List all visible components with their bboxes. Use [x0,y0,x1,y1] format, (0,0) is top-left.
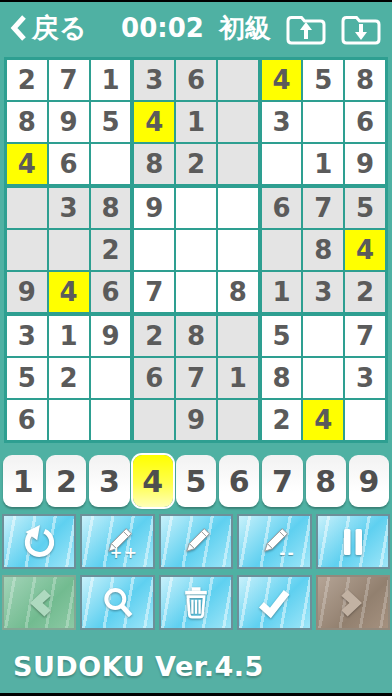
cell-r6c5[interactable] [176,272,216,312]
cell-r2c9[interactable]: 6 [345,102,385,142]
cell-r3c7[interactable] [262,144,302,184]
cell-r1c7[interactable]: 4 [262,60,302,100]
cell-r5c5[interactable] [176,230,216,270]
folder-download-icon [339,10,383,46]
cell-r8c8[interactable] [303,358,343,398]
cell-r3c9[interactable]: 9 [345,144,385,184]
pause-button[interactable] [316,514,390,569]
cell-r5c7[interactable] [262,230,302,270]
cell-r6c8[interactable]: 3 [303,272,343,312]
sudoku-board: 2718954636418245836193829469786758413231… [4,57,388,443]
cell-r7c5[interactable]: 8 [176,316,216,356]
cell-r2c3[interactable]: 5 [91,102,131,142]
cell-r4c9[interactable]: 5 [345,188,385,228]
pen-button[interactable] [159,514,233,569]
cell-r4c6[interactable] [218,188,258,228]
check-button[interactable] [237,575,311,630]
cell-r5c1[interactable] [7,230,47,270]
cell-r4c1[interactable] [7,188,47,228]
cell-r4c3[interactable]: 8 [91,188,131,228]
memo-add-label: ++ [110,546,139,561]
back-label: 戻る [32,10,87,46]
numpad-key-3[interactable]: 3 [89,455,129,507]
cell-r9c5[interactable]: 9 [176,400,216,440]
cell-r9c4[interactable] [134,400,174,440]
cell-r6c1[interactable]: 9 [7,272,47,312]
cell-r9c7[interactable]: 2 [262,400,302,440]
cell-r5c2[interactable] [49,230,89,270]
numpad-key-6[interactable]: 6 [219,455,259,507]
cell-r7c1[interactable]: 3 [7,316,47,356]
cell-r5c8[interactable]: 8 [303,230,343,270]
cell-r2c1[interactable]: 8 [7,102,47,142]
back-button[interactable]: 戻る [0,10,87,46]
cell-r7c4[interactable]: 2 [134,316,174,356]
cell-r9c9[interactable] [345,400,385,440]
cell-r7c9[interactable]: 7 [345,316,385,356]
cell-r1c1[interactable]: 2 [7,60,47,100]
cell-r2c7[interactable]: 3 [262,102,302,142]
cell-r9c2[interactable] [49,400,89,440]
cell-r6c9[interactable]: 2 [345,272,385,312]
box-6: 67584132 [262,188,385,312]
cell-r8c4[interactable]: 6 [134,358,174,398]
cell-r8c5[interactable]: 7 [176,358,216,398]
undo-button[interactable] [2,514,76,569]
cell-r5c4[interactable] [134,230,174,270]
cell-r3c2[interactable]: 6 [49,144,89,184]
cell-r8c2[interactable]: 2 [49,358,89,398]
cell-r8c3[interactable] [91,358,131,398]
prev-button[interactable] [2,575,76,630]
app-version-text: SUDOKU Ver.4.5 [13,651,264,682]
cell-r6c3[interactable]: 6 [91,272,131,312]
cell-r6c4[interactable]: 7 [134,272,174,312]
cell-r2c2[interactable]: 9 [49,102,89,142]
cell-r2c5[interactable]: 1 [176,102,216,142]
cell-r3c6[interactable] [218,144,258,184]
cell-r1c9[interactable]: 8 [345,60,385,100]
footer-bar: SUDOKU Ver.4.5 [0,630,392,693]
cell-r6c7[interactable]: 1 [262,272,302,312]
load-button[interactable] [337,9,384,47]
box-7: 319526 [7,316,130,440]
cell-r7c7[interactable]: 5 [262,316,302,356]
cell-r7c2[interactable]: 1 [49,316,89,356]
numpad-key-1[interactable]: 1 [3,455,43,507]
cell-r5c9[interactable]: 4 [345,230,385,270]
memo-remove-label: -- [279,546,295,561]
search-button[interactable] [80,575,154,630]
numpad: 123456789 [0,455,392,507]
save-button[interactable] [282,9,329,47]
box-4: 382946 [7,188,130,312]
cell-r1c6[interactable] [218,60,258,100]
check-icon [255,585,293,621]
cell-r1c4[interactable]: 3 [134,60,174,100]
cell-r9c8[interactable]: 4 [303,400,343,440]
memo-remove-button[interactable]: -- [237,514,311,569]
cell-r4c5[interactable] [176,188,216,228]
cell-r4c2[interactable]: 3 [49,188,89,228]
box-5: 978 [134,188,257,312]
cell-r4c8[interactable]: 7 [303,188,343,228]
cell-r3c8[interactable]: 1 [303,144,343,184]
folder-upload-icon [284,10,328,46]
cell-r9c1[interactable]: 6 [7,400,47,440]
level-text: 初級 [219,13,271,43]
cell-r7c8[interactable] [303,316,343,356]
cell-r7c6[interactable] [218,316,258,356]
trash-icon [178,585,214,621]
cell-r1c3[interactable]: 1 [91,60,131,100]
timer-text: 00:02 [121,13,204,43]
cell-r6c6[interactable]: 8 [218,272,258,312]
box-2: 364182 [134,60,257,184]
arrow-left-icon [21,585,57,621]
cell-r9c3[interactable] [91,400,131,440]
numpad-key-2[interactable]: 2 [46,455,86,507]
cell-r8c6[interactable]: 1 [218,358,258,398]
cell-r6c2[interactable]: 4 [49,272,89,312]
back-chevron-icon [10,14,27,42]
cell-r9c6[interactable] [218,400,258,440]
app-root: 戻る 00:02 初級 [0,0,392,696]
cell-r7c3[interactable]: 9 [91,316,131,356]
undo-icon [21,524,57,560]
cell-r1c5[interactable]: 6 [176,60,216,100]
numpad-key-7[interactable]: 7 [262,455,302,507]
next-button[interactable] [316,575,390,630]
header-bar: 戻る 00:02 初級 [0,2,392,54]
cell-r4c4[interactable]: 9 [134,188,174,228]
cell-r1c8[interactable]: 5 [303,60,343,100]
cell-r1c2[interactable]: 7 [49,60,89,100]
arrow-right-icon [335,585,371,621]
search-icon [100,585,136,621]
cell-r3c5[interactable]: 2 [176,144,216,184]
cell-r3c3[interactable] [91,144,131,184]
cell-r2c8[interactable] [303,102,343,142]
numpad-key-8[interactable]: 8 [306,455,346,507]
pencil-icon [178,524,214,560]
toolbar-row-2 [0,575,392,630]
box-8: 286719 [134,316,257,440]
cell-r5c6[interactable] [218,230,258,270]
box-1: 27189546 [7,60,130,184]
box-9: 578324 [262,316,385,440]
cell-r2c6[interactable] [218,102,258,142]
erase-button[interactable] [159,575,233,630]
cell-r5c3[interactable]: 2 [91,230,131,270]
numpad-key-4[interactable]: 4 [133,455,173,507]
cell-r3c4[interactable]: 8 [134,144,174,184]
memo-add-button[interactable]: ++ [80,514,154,569]
pause-icon [337,526,369,558]
toolbar-row-1: ++ [0,514,392,569]
box-3: 4583619 [262,60,385,184]
numpad-key-5[interactable]: 5 [176,455,216,507]
cell-r8c7[interactable]: 8 [262,358,302,398]
cell-r3c1[interactable]: 4 [7,144,47,184]
numpad-key-9[interactable]: 9 [349,455,389,507]
cell-r8c1[interactable]: 5 [7,358,47,398]
cell-r4c7[interactable]: 6 [262,188,302,228]
cell-r8c9[interactable]: 3 [345,358,385,398]
cell-r2c4[interactable]: 4 [134,102,174,142]
